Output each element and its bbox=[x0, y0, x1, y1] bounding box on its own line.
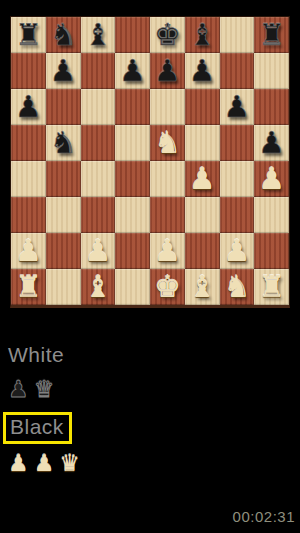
active-player-highlight-box: Black bbox=[3, 412, 72, 444]
square-a5[interactable] bbox=[11, 125, 46, 161]
square-d4[interactable] bbox=[115, 161, 150, 197]
square-h1[interactable]: ♜ bbox=[254, 269, 289, 305]
square-g3[interactable] bbox=[220, 197, 255, 233]
square-f3[interactable] bbox=[185, 197, 220, 233]
square-h2[interactable] bbox=[254, 233, 289, 269]
square-f2[interactable] bbox=[185, 233, 220, 269]
square-d2[interactable] bbox=[115, 233, 150, 269]
black-rook-a8[interactable]: ♜ bbox=[11, 17, 46, 53]
white-pawn-h4[interactable]: ♟ bbox=[254, 161, 289, 197]
square-h5[interactable]: ♟ bbox=[254, 125, 289, 161]
black-pawn-e7[interactable]: ♟ bbox=[150, 53, 185, 89]
square-h6[interactable] bbox=[254, 89, 289, 125]
square-c8[interactable]: ♝ bbox=[81, 17, 116, 53]
captured-black-pawn-icon: ♟ bbox=[8, 376, 29, 402]
white-rook-a1[interactable]: ♜ bbox=[11, 269, 46, 305]
square-f8[interactable]: ♝ bbox=[185, 17, 220, 53]
square-e6[interactable] bbox=[150, 89, 185, 125]
square-c2[interactable]: ♟ bbox=[81, 233, 116, 269]
square-d3[interactable] bbox=[115, 197, 150, 233]
black-rook-h8[interactable]: ♜ bbox=[254, 17, 289, 53]
square-a2[interactable]: ♟ bbox=[11, 233, 46, 269]
white-player-label: White bbox=[8, 343, 64, 367]
square-f4[interactable]: ♟ bbox=[185, 161, 220, 197]
square-d6[interactable] bbox=[115, 89, 150, 125]
white-pawn-a2[interactable]: ♟ bbox=[11, 233, 46, 269]
square-g2[interactable]: ♟ bbox=[220, 233, 255, 269]
square-h3[interactable] bbox=[254, 197, 289, 233]
square-e8[interactable]: ♚ bbox=[150, 17, 185, 53]
captured-black-queen-icon: ♛ bbox=[34, 376, 55, 402]
square-a1[interactable]: ♜ bbox=[11, 269, 46, 305]
square-c1[interactable]: ♝ bbox=[81, 269, 116, 305]
white-bishop-f1[interactable]: ♝ bbox=[185, 269, 220, 305]
black-pawn-b7[interactable]: ♟ bbox=[46, 53, 81, 89]
square-c3[interactable] bbox=[81, 197, 116, 233]
square-g4[interactable] bbox=[220, 161, 255, 197]
square-e5[interactable]: ♞ bbox=[150, 125, 185, 161]
square-d5[interactable] bbox=[115, 125, 150, 161]
game-clock: 00:02:31 bbox=[233, 508, 295, 525]
square-c7[interactable] bbox=[81, 53, 116, 89]
square-f5[interactable] bbox=[185, 125, 220, 161]
white-rook-h1[interactable]: ♜ bbox=[254, 269, 289, 305]
black-king-e8[interactable]: ♚ bbox=[150, 17, 185, 53]
white-pawn-e2[interactable]: ♟ bbox=[150, 233, 185, 269]
square-a8[interactable]: ♜ bbox=[11, 17, 46, 53]
white-captured-tray: ♟♛ bbox=[8, 376, 54, 402]
white-pawn-g2[interactable]: ♟ bbox=[220, 233, 255, 269]
square-h8[interactable]: ♜ bbox=[254, 17, 289, 53]
square-g6[interactable]: ♟ bbox=[220, 89, 255, 125]
square-b1[interactable] bbox=[46, 269, 81, 305]
square-b7[interactable]: ♟ bbox=[46, 53, 81, 89]
square-e2[interactable]: ♟ bbox=[150, 233, 185, 269]
square-b6[interactable] bbox=[46, 89, 81, 125]
captured-white-queen-icon: ♛ bbox=[59, 450, 80, 476]
square-e7[interactable]: ♟ bbox=[150, 53, 185, 89]
captured-white-pawn-icon: ♟ bbox=[8, 450, 29, 476]
square-f1[interactable]: ♝ bbox=[185, 269, 220, 305]
chess-app-screen: ♜♞♝♚♝♜♟♟♟♟♟♟♞♞♟♟♟♟♟♟♟♜♝♚♝♞♜ White ♟♛ Bla… bbox=[0, 0, 300, 533]
square-g8[interactable] bbox=[220, 17, 255, 53]
white-pawn-c2[interactable]: ♟ bbox=[81, 233, 116, 269]
square-c5[interactable] bbox=[81, 125, 116, 161]
white-bishop-c1[interactable]: ♝ bbox=[81, 269, 116, 305]
black-player-label: Black bbox=[10, 415, 64, 438]
white-king-e1[interactable]: ♚ bbox=[150, 269, 185, 305]
square-f7[interactable]: ♟ bbox=[185, 53, 220, 89]
square-a4[interactable] bbox=[11, 161, 46, 197]
black-pawn-h5[interactable]: ♟ bbox=[254, 125, 289, 161]
chess-board: ♜♞♝♚♝♜♟♟♟♟♟♟♞♞♟♟♟♟♟♟♟♜♝♚♝♞♜ bbox=[10, 16, 290, 308]
white-knight-e5[interactable]: ♞ bbox=[150, 125, 185, 161]
black-pawn-d7[interactable]: ♟ bbox=[115, 53, 150, 89]
square-a6[interactable]: ♟ bbox=[11, 89, 46, 125]
black-pawn-f7[interactable]: ♟ bbox=[185, 53, 220, 89]
square-f6[interactable] bbox=[185, 89, 220, 125]
square-b3[interactable] bbox=[46, 197, 81, 233]
black-knight-b8[interactable]: ♞ bbox=[46, 17, 81, 53]
black-pawn-a6[interactable]: ♟ bbox=[11, 89, 46, 125]
black-captured-tray: ♟♟♛ bbox=[8, 450, 80, 476]
black-knight-b5[interactable]: ♞ bbox=[46, 125, 81, 161]
square-e4[interactable] bbox=[150, 161, 185, 197]
square-g5[interactable] bbox=[220, 125, 255, 161]
square-g7[interactable] bbox=[220, 53, 255, 89]
square-c6[interactable] bbox=[81, 89, 116, 125]
square-g1[interactable]: ♞ bbox=[220, 269, 255, 305]
white-pawn-f4[interactable]: ♟ bbox=[185, 161, 220, 197]
black-bishop-f8[interactable]: ♝ bbox=[185, 17, 220, 53]
square-e1[interactable]: ♚ bbox=[150, 269, 185, 305]
square-e3[interactable] bbox=[150, 197, 185, 233]
square-a7[interactable] bbox=[11, 53, 46, 89]
black-bishop-c8[interactable]: ♝ bbox=[81, 17, 116, 53]
square-h4[interactable]: ♟ bbox=[254, 161, 289, 197]
square-a3[interactable] bbox=[11, 197, 46, 233]
square-b5[interactable]: ♞ bbox=[46, 125, 81, 161]
square-d7[interactable]: ♟ bbox=[115, 53, 150, 89]
white-knight-g1[interactable]: ♞ bbox=[220, 269, 255, 305]
square-c4[interactable] bbox=[81, 161, 116, 197]
square-h7[interactable] bbox=[254, 53, 289, 89]
captured-white-pawn-icon: ♟ bbox=[34, 450, 55, 476]
square-d1[interactable] bbox=[115, 269, 150, 305]
square-b2[interactable] bbox=[46, 233, 81, 269]
square-b4[interactable] bbox=[46, 161, 81, 197]
black-pawn-g6[interactable]: ♟ bbox=[220, 89, 255, 125]
square-d8[interactable] bbox=[115, 17, 150, 53]
square-b8[interactable]: ♞ bbox=[46, 17, 81, 53]
